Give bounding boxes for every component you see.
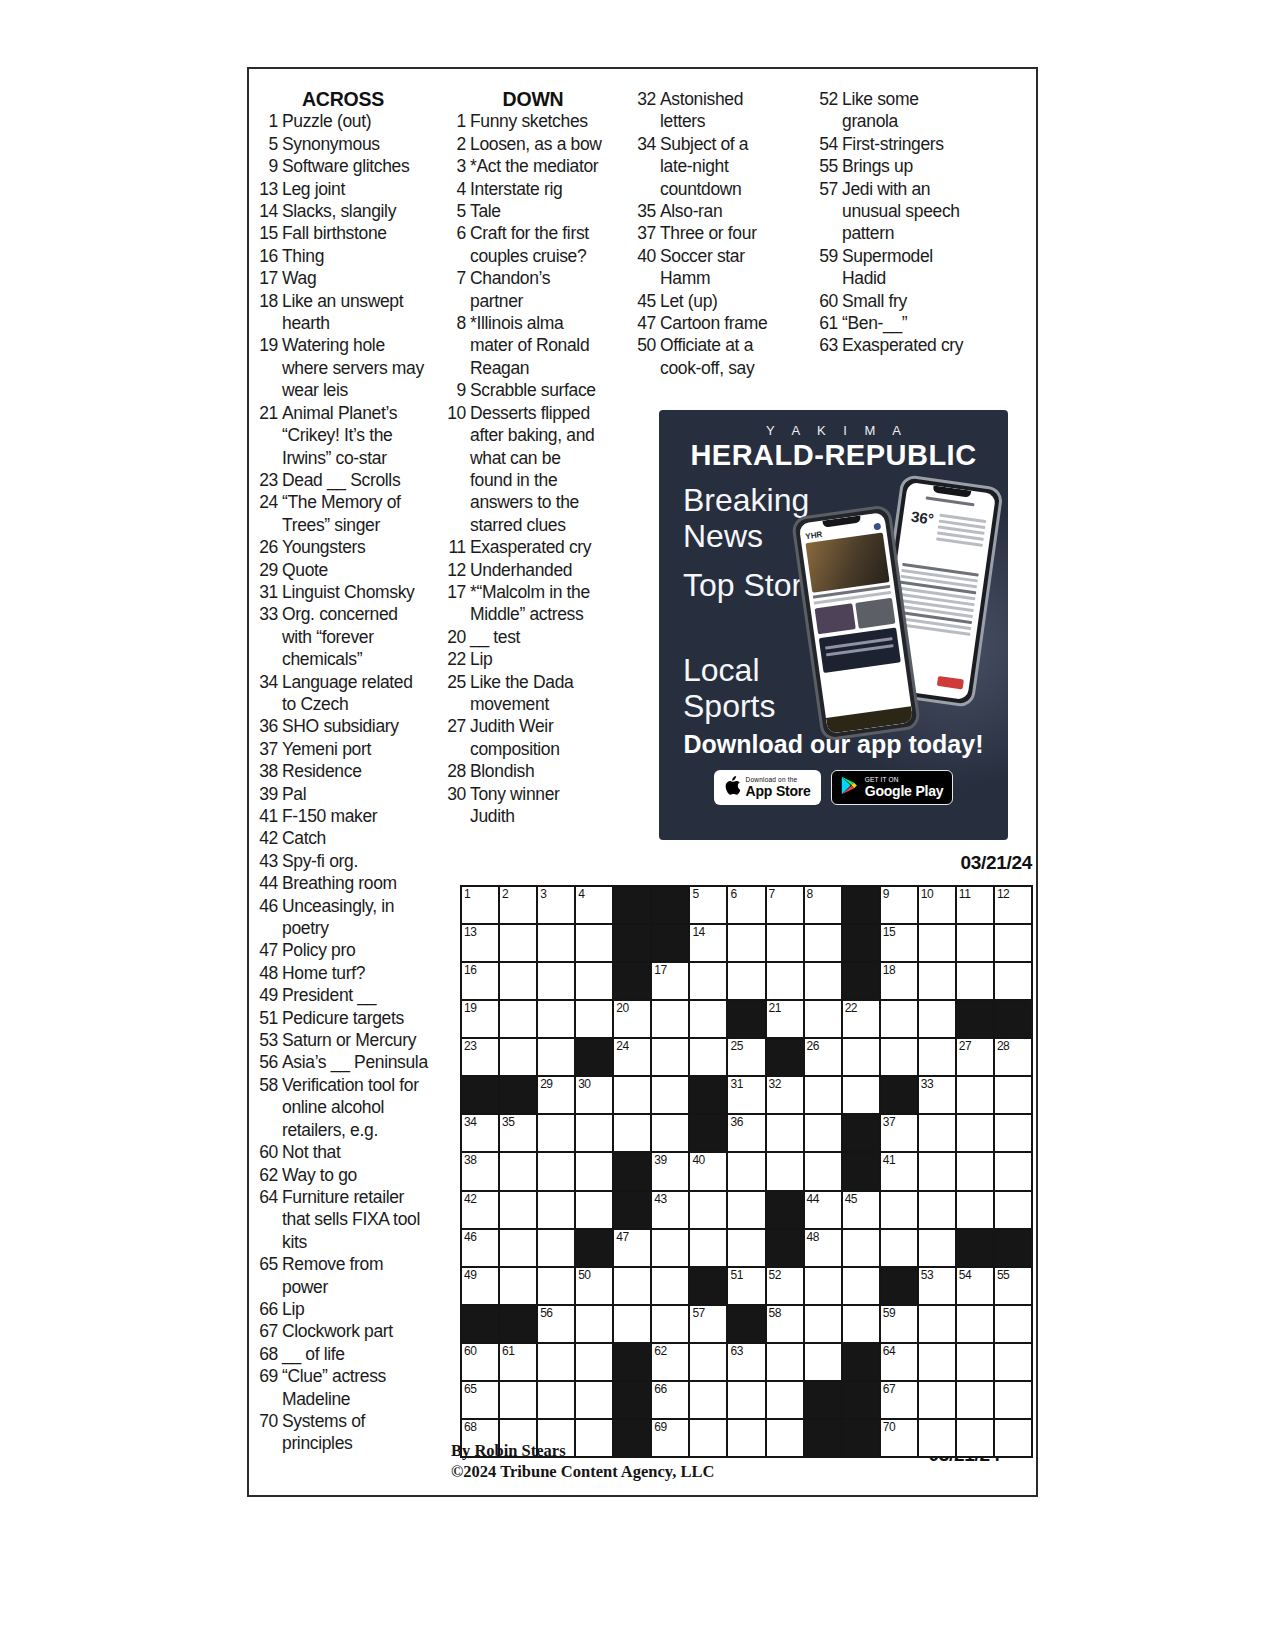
grid-cell-r14c4[interactable] [576,1382,612,1418]
clue-number: 17 [440,581,470,626]
cell-number-22: 22 [845,1001,857,1015]
grid-cell-r13c12[interactable]: 64 [881,1344,917,1380]
grid-cell-r14c6[interactable]: 66 [652,1382,688,1418]
clue-text: Soccer star Hamm [660,245,776,290]
clue-across-47: 47Policy pro [252,939,434,961]
grid-cell-r13c1[interactable]: 60 [462,1344,498,1380]
grid-cell-r4c2[interactable] [500,1001,536,1037]
grid-cell-r10c3[interactable] [538,1230,574,1266]
grid-cell-r14c8[interactable] [728,1382,764,1418]
grid-cell-r14c12[interactable]: 67 [881,1382,917,1418]
grid-cell-r9c12[interactable] [881,1192,917,1228]
grid-cell-r3c9[interactable] [767,963,803,999]
grid-cell-r11c8[interactable]: 51 [728,1268,764,1304]
clue-number: 54 [812,133,842,155]
clue-text: Synonymous [282,133,430,155]
grid-cell-r13c3[interactable] [538,1344,574,1380]
grid-cell-r15c8[interactable] [728,1420,764,1456]
grid-cell-r3c14[interactable] [957,963,993,999]
clue-text: Pal [282,783,430,805]
grid-cell-r6c5[interactable] [614,1077,650,1113]
clue-text: Like an unswept hearth [282,290,430,335]
grid-cell-r4c5[interactable]: 20 [614,1001,650,1037]
cell-number-33: 33 [921,1077,933,1091]
cell-number-26: 26 [807,1039,819,1053]
grid-cell-r14c15[interactable] [995,1382,1031,1418]
grid-cell-r4c4[interactable] [576,1001,612,1037]
clue-down-28: 28Blondish [440,760,606,782]
grid-cell-r2c3[interactable] [538,925,574,961]
grid-cell-r7c5[interactable] [614,1115,650,1151]
down-clues-list-3: 52Like some granola54First-stringers55Br… [812,88,1008,357]
news-bottom-strip [826,706,913,734]
cell-number-12: 12 [997,887,1009,901]
grid-cell-r10c13[interactable] [919,1230,955,1266]
grid-cell-r7c12[interactable]: 37 [881,1115,917,1151]
black-cell-r1c6 [652,887,688,923]
grid-cell-r5c13[interactable] [919,1039,955,1075]
clue-across-43: 43Spy-fi org. [252,850,434,872]
grid-cell-r4c3[interactable] [538,1001,574,1037]
grid-cell-r6c6[interactable] [652,1077,688,1113]
grid-cell-r14c2[interactable] [500,1382,536,1418]
clue-number: 48 [252,962,282,984]
grid-cell-r1c9[interactable]: 7 [767,887,803,923]
phone-notch [932,485,971,497]
grid-cell-r2c13[interactable] [919,925,955,961]
grid-cell-r10c7[interactable] [690,1230,726,1266]
clue-number: 20 [440,626,470,648]
clue-number: 35 [630,200,660,222]
grid-cell-r7c3[interactable] [538,1115,574,1151]
clue-down-22: 22Lip [440,648,606,670]
clue-across-26: 26Youngsters [252,536,434,558]
grid-cell-r9c4[interactable] [576,1192,612,1228]
clue-down-10: 10Desserts flipped after baking, and wha… [440,402,606,536]
grid-cell-r4c13[interactable] [919,1001,955,1037]
cell-number-19: 19 [464,1001,476,1015]
grid-cell-r5c10[interactable]: 26 [805,1039,841,1075]
grid-cell-r8c2[interactable] [500,1153,536,1189]
grid-cell-r2c8[interactable] [728,925,764,961]
grid-cell-r8c12[interactable]: 41 [881,1153,917,1189]
grid-cell-r2c2[interactable] [500,925,536,961]
app-store-badge-big-text: App Store [746,784,811,799]
grid-cell-r9c13[interactable] [919,1192,955,1228]
grid-cell-r8c4[interactable] [576,1153,612,1189]
grid-cell-r11c4[interactable]: 50 [576,1268,612,1304]
grid-cell-r7c6[interactable] [652,1115,688,1151]
across-clues-column: ACROSS 1Puzzle (out)5Synonymous9Software… [252,88,434,1455]
black-cell-r2c5 [614,925,650,961]
grid-cell-r5c6[interactable] [652,1039,688,1075]
grid-cell-r9c2[interactable] [500,1192,536,1228]
grid-cell-r4c12[interactable] [881,1001,917,1037]
grid-cell-r7c9[interactable] [767,1115,803,1151]
grid-cell-r10c8[interactable] [728,1230,764,1266]
black-cell-r15c11 [843,1420,879,1456]
grid-cell-r5c12[interactable] [881,1039,917,1075]
grid-cell-r3c15[interactable] [995,963,1031,999]
grid-cell-r8c8[interactable] [728,1153,764,1189]
grid-cell-r14c7[interactable] [690,1382,726,1418]
grid-cell-r4c11[interactable]: 22 [843,1001,879,1037]
clue-across-39: 39Pal [252,783,434,805]
grid-cell-r4c9[interactable]: 21 [767,1001,803,1037]
grid-cell-r2c15[interactable] [995,925,1031,961]
clue-down-2: 2Loosen, as a bow [440,133,606,155]
ad-masthead: HERALD-REPUBLIC [659,439,1008,472]
grid-cell-r11c11[interactable] [843,1268,879,1304]
date-top: 03/21/24 [880,852,1032,874]
clue-down-63: 63Exasperated cry [812,334,1008,356]
grid-cell-r4c1[interactable]: 19 [462,1001,498,1037]
clue-text: Jedi with an unusual speech pattern [842,178,968,245]
grid-cell-r7c10[interactable] [805,1115,841,1151]
grid-cell-r5c14[interactable]: 27 [957,1039,993,1075]
grid-cell-r12c13[interactable] [919,1306,955,1342]
grid-cell-r3c12[interactable]: 18 [881,963,917,999]
clue-down-34: 34Subject of a late-night countdown [630,133,780,200]
grid-cell-r12c5[interactable] [614,1306,650,1342]
grid-cell-r13c8[interactable]: 63 [728,1344,764,1380]
grid-cell-r2c10[interactable] [805,925,841,961]
grid-cell-r7c2[interactable]: 35 [500,1115,536,1151]
grid-cell-r9c10[interactable]: 44 [805,1192,841,1228]
grid-cell-r6c13[interactable]: 33 [919,1077,955,1113]
grid-cell-r5c15[interactable]: 28 [995,1039,1031,1075]
clue-across-15: 15Fall birthstone [252,222,434,244]
grid-cell-r12c10[interactable] [805,1306,841,1342]
grid-cell-r1c10[interactable]: 8 [805,887,841,923]
down-clues-column-3: 52Like some granola54First-stringers55Br… [812,88,1008,357]
grid-cell-r1c2[interactable]: 2 [500,887,536,923]
grid-cell-r11c10[interactable] [805,1268,841,1304]
grid-cell-r2c9[interactable] [767,925,803,961]
grid-cell-r6c8[interactable]: 31 [728,1077,764,1113]
grid-cell-r8c14[interactable] [957,1153,993,1189]
grid-cell-r12c3[interactable]: 56 [538,1306,574,1342]
grid-cell-r13c7[interactable] [690,1344,726,1380]
clue-text: “Clue” actress Madeline [282,1365,430,1410]
cell-number-58: 58 [769,1306,781,1320]
grid-cell-r3c2[interactable] [500,963,536,999]
grid-cell-r14c3[interactable] [538,1382,574,1418]
grid-cell-r11c14[interactable]: 54 [957,1268,993,1304]
app-ad: Y A K I M A HERALD-REPUBLIC 36° YHR [659,410,1008,840]
clue-number: 36 [252,715,282,737]
grid-cell-r5c8[interactable]: 25 [728,1039,764,1075]
grid-cell-r11c13[interactable]: 53 [919,1268,955,1304]
grid-cell-r15c4[interactable] [576,1420,612,1456]
grid-cell-r3c7[interactable] [690,963,726,999]
news-dark-card [819,627,901,673]
grid-cell-r6c15[interactable] [995,1077,1031,1113]
clue-down-37: 37Three or four [630,222,780,244]
grid-cell-r11c2[interactable] [500,1268,536,1304]
grid-cell-r12c9[interactable]: 58 [767,1306,803,1342]
grid-cell-r4c6[interactable] [652,1001,688,1037]
grid-cell-r6c10[interactable] [805,1077,841,1113]
grid-cell-r7c4[interactable] [576,1115,612,1151]
grid-cell-r2c12[interactable]: 15 [881,925,917,961]
grid-cell-r3c3[interactable] [538,963,574,999]
clue-down-27: 27Judith Weir composition [440,715,606,760]
cell-number-65: 65 [464,1382,476,1396]
grid-cell-r14c1[interactable]: 65 [462,1382,498,1418]
grid-cell-r12c6[interactable] [652,1306,688,1342]
grid-cell-r1c14[interactable]: 11 [957,887,993,923]
cell-number-41: 41 [883,1153,895,1167]
clue-across-49: 49President __ [252,984,434,1006]
grid-cell-r6c11[interactable] [843,1077,879,1113]
grid-cell-r10c12[interactable] [881,1230,917,1266]
clue-across-60: 60Not that [252,1141,434,1163]
grid-cell-r13c13[interactable] [919,1344,955,1380]
grid-cell-r12c7[interactable]: 57 [690,1306,726,1342]
black-cell-r10c4 [576,1230,612,1266]
grid-cell-r2c4[interactable] [576,925,612,961]
grid-cell-r12c11[interactable] [843,1306,879,1342]
grid-cell-r8c10[interactable] [805,1153,841,1189]
grid-cell-r2c14[interactable] [957,925,993,961]
clue-text: Subject of a late-night countdown [660,133,776,200]
grid-cell-r9c1[interactable]: 42 [462,1192,498,1228]
clue-number: 26 [252,536,282,558]
grid-cell-r8c6[interactable]: 39 [652,1153,688,1189]
grid-cell-r3c13[interactable] [919,963,955,999]
grid-cell-r10c2[interactable] [500,1230,536,1266]
clue-number: 68 [252,1343,282,1365]
clue-number: 17 [252,267,282,289]
grid-cell-r15c13[interactable] [919,1420,955,1456]
clue-down-5: 5Tale [440,200,606,222]
clue-number: 2 [440,133,470,155]
grid-cell-r10c11[interactable] [843,1230,879,1266]
grid-cell-r5c11[interactable] [843,1039,879,1075]
clue-down-30: 30Tony winner Judith [440,783,606,828]
grid-cell-r8c9[interactable] [767,1153,803,1189]
grid-cell-r7c15[interactable] [995,1115,1031,1151]
grid-cell-r6c9[interactable]: 32 [767,1077,803,1113]
cell-number-66: 66 [654,1382,666,1396]
cell-number-32: 32 [769,1077,781,1091]
clue-number: 70 [252,1410,282,1455]
clue-number: 10 [440,402,470,536]
grid-cell-r3c1[interactable]: 16 [462,963,498,999]
grid-cell-r4c10[interactable] [805,1001,841,1037]
clue-number: 62 [252,1164,282,1186]
grid-cell-r1c15[interactable]: 12 [995,887,1031,923]
cell-number-52: 52 [769,1268,781,1282]
grid-cell-r14c9[interactable] [767,1382,803,1418]
grid-cell-r8c15[interactable] [995,1153,1031,1189]
grid-cell-r7c14[interactable] [957,1115,993,1151]
clue-text: Fall birthstone [282,222,430,244]
grid-cell-r13c4[interactable] [576,1344,612,1380]
grid-cell-r1c7[interactable]: 5 [690,887,726,923]
clue-down-40: 40Soccer star Hamm [630,245,780,290]
clue-down-59: 59Supermodel Hadid [812,245,1008,290]
cell-number-21: 21 [769,1001,781,1015]
cell-number-53: 53 [921,1268,933,1282]
grid-cell-r1c8[interactable]: 6 [728,887,764,923]
grid-cell-r8c13[interactable] [919,1153,955,1189]
grid-cell-r8c1[interactable]: 38 [462,1153,498,1189]
crossword-grid: 1234567891011121314151617181920212223242… [460,885,1033,1458]
grid-cell-r12c15[interactable] [995,1306,1031,1342]
app-store-badge[interactable]: Download on the App Store [714,770,821,805]
grid-cell-r12c12[interactable]: 59 [881,1306,917,1342]
clue-text: Scrabble surface [470,379,602,401]
clue-number: 67 [252,1320,282,1342]
grid-cell-r10c1[interactable]: 46 [462,1230,498,1266]
grid-cell-r5c2[interactable] [500,1039,536,1075]
grid-cell-r9c7[interactable] [690,1192,726,1228]
cell-number-67: 67 [883,1382,895,1396]
news-app-logo: YHR [805,530,823,541]
grid-cell-r2c1[interactable]: 13 [462,925,498,961]
grid-cell-r10c10[interactable]: 48 [805,1230,841,1266]
clue-across-37: 37Yemeni port [252,738,434,760]
grid-cell-r1c13[interactable]: 10 [919,887,955,923]
grid-cell-r9c14[interactable] [957,1192,993,1228]
cell-number-38: 38 [464,1153,476,1167]
grid-cell-r3c6[interactable]: 17 [652,963,688,999]
cell-number-20: 20 [616,1001,628,1015]
clue-across-16: 16Thing [252,245,434,267]
grid-cell-r13c15[interactable] [995,1344,1031,1380]
grid-cell-r15c9[interactable] [767,1420,803,1456]
grid-cell-r9c15[interactable] [995,1192,1031,1228]
clue-text: Leg joint [282,178,430,200]
grid-cell-r7c8[interactable]: 36 [728,1115,764,1151]
clue-number: 47 [630,312,660,334]
grid-cell-r3c8[interactable] [728,963,764,999]
clue-text: Brings up [842,155,968,177]
clue-text: Home turf? [282,962,430,984]
clue-text: Small fry [842,290,968,312]
clue-text: Exasperated cry [470,536,602,558]
grid-cell-r14c14[interactable] [957,1382,993,1418]
cell-number-29: 29 [540,1077,552,1091]
clue-text: Breathing room [282,872,430,894]
clue-text: Saturn or Mercury [282,1029,430,1051]
grid-cell-r13c9[interactable] [767,1344,803,1380]
grid-cell-r1c12[interactable]: 9 [881,887,917,923]
grid-cell-r9c3[interactable] [538,1192,574,1228]
grid-cell-r7c1[interactable]: 34 [462,1115,498,1151]
grid-cell-r1c4[interactable]: 4 [576,887,612,923]
grid-cell-r11c5[interactable] [614,1268,650,1304]
grid-cell-r11c15[interactable]: 55 [995,1268,1031,1304]
grid-cell-r13c2[interactable]: 61 [500,1344,536,1380]
grid-cell-r12c4[interactable] [576,1306,612,1342]
grid-cell-r3c10[interactable] [805,963,841,999]
clue-down-35: 35Also-ran [630,200,780,222]
grid-cell-r13c14[interactable] [957,1344,993,1380]
grid-cell-r15c15[interactable] [995,1420,1031,1456]
grid-cell-r11c1[interactable]: 49 [462,1268,498,1304]
grid-cell-r5c1[interactable]: 23 [462,1039,498,1075]
black-cell-r6c2 [500,1077,536,1113]
clue-text: __ test [470,626,602,648]
down-clues-column-2: 32Astonished letters34Subject of a late-… [630,88,780,379]
clue-down-25: 25Like the Dada movement [440,671,606,716]
clue-text: Residence [282,760,430,782]
grid-cell-r14c13[interactable] [919,1382,955,1418]
grid-cell-r12c14[interactable] [957,1306,993,1342]
black-cell-r3c5 [614,963,650,999]
cell-number-68: 68 [464,1420,476,1434]
clue-across-42: 42Catch [252,827,434,849]
grid-cell-r6c3[interactable]: 29 [538,1077,574,1113]
copyright: ©2024 Tribune Content Agency, LLC [451,1462,714,1482]
clue-text: Wag [282,267,430,289]
grid-cell-r5c3[interactable] [538,1039,574,1075]
cell-number-6: 6 [730,887,736,901]
grid-cell-r15c6[interactable]: 69 [652,1420,688,1456]
clue-text: Desserts flipped after baking, and what … [470,402,602,536]
grid-cell-r7c13[interactable] [919,1115,955,1151]
grid-cell-r1c3[interactable]: 3 [538,887,574,923]
clue-across-17: 17Wag [252,267,434,289]
grid-cell-r10c5[interactable]: 47 [614,1230,650,1266]
grid-cell-r13c10[interactable] [805,1344,841,1380]
clue-number: 3 [440,155,470,177]
grid-cell-r3c4[interactable] [576,963,612,999]
clue-across-69: 69“Clue” actress Madeline [252,1365,434,1410]
clue-text: Like the Dada movement [470,671,602,716]
clue-number: 18 [252,290,282,335]
black-cell-r10c14 [957,1230,993,1266]
clue-number: 21 [252,402,282,469]
clue-number: 14 [252,200,282,222]
grid-cell-r5c7[interactable] [690,1039,726,1075]
grid-cell-r11c3[interactable] [538,1268,574,1304]
grid-cell-r6c14[interactable] [957,1077,993,1113]
clue-down-61: 61“Ben-__” [812,312,1008,334]
google-play-badge[interactable]: GET IT ON Google Play [831,770,954,805]
cell-number-55: 55 [997,1268,1009,1282]
grid-cell-r8c3[interactable] [538,1153,574,1189]
grid-cell-r8c7[interactable]: 40 [690,1153,726,1189]
grid-cell-r15c14[interactable] [957,1420,993,1456]
grid-cell-r9c6[interactable]: 43 [652,1192,688,1228]
grid-cell-r1c1[interactable]: 1 [462,887,498,923]
grid-cell-r13c6[interactable]: 62 [652,1344,688,1380]
grid-cell-r11c9[interactable]: 52 [767,1268,803,1304]
grid-cell-r15c7[interactable] [690,1420,726,1456]
grid-cell-r11c6[interactable] [652,1268,688,1304]
black-cell-r14c11 [843,1382,879,1418]
clue-number: 63 [812,334,842,356]
grid-cell-r2c7[interactable]: 14 [690,925,726,961]
grid-cell-r4c7[interactable] [690,1001,726,1037]
grid-cell-r5c5[interactable]: 24 [614,1039,650,1075]
grid-cell-r9c8[interactable] [728,1192,764,1228]
clue-number: 44 [252,872,282,894]
byline: By Robin Stears [451,1441,566,1461]
grid-cell-r6c4[interactable]: 30 [576,1077,612,1113]
grid-cell-r15c12[interactable]: 70 [881,1420,917,1456]
black-cell-r6c12 [881,1077,917,1113]
clue-across-66: 66Lip [252,1298,434,1320]
grid-cell-r10c6[interactable] [652,1230,688,1266]
clue-text: Yemeni port [282,738,430,760]
clue-text: Software glitches [282,155,430,177]
grid-cell-r9c11[interactable]: 45 [843,1192,879,1228]
